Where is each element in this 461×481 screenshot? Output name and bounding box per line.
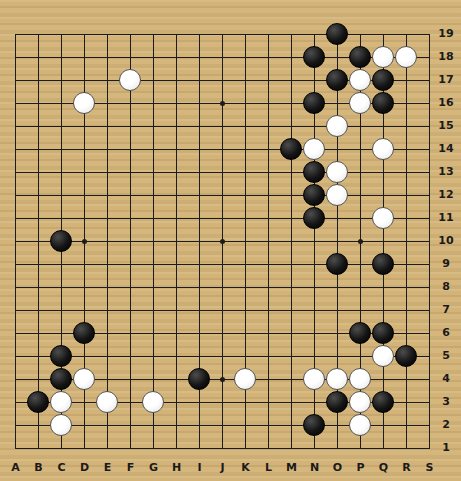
row-label-7: 7	[435, 303, 457, 316]
row-label-17: 17	[435, 73, 457, 86]
column-label-M: M	[283, 461, 300, 474]
black-stone-O17	[326, 69, 348, 91]
column-label-I: I	[191, 461, 208, 474]
black-stone-D6	[73, 322, 95, 344]
black-stone-B3	[27, 391, 49, 413]
white-stone-D16	[73, 92, 95, 114]
column-label-O: O	[329, 461, 346, 474]
row-label-16: 16	[435, 96, 457, 109]
black-stone-I4	[188, 368, 210, 390]
row-label-19: 19	[435, 27, 457, 40]
column-label-G: G	[145, 461, 162, 474]
row-label-1: 1	[435, 441, 457, 454]
white-stone-O15	[326, 115, 348, 137]
white-stone-Q14	[372, 138, 394, 160]
row-label-2: 2	[435, 418, 457, 431]
star-point	[82, 239, 87, 244]
white-stone-O4	[326, 368, 348, 390]
black-stone-N11	[303, 207, 325, 229]
column-label-S: S	[421, 461, 438, 474]
white-stone-P3	[349, 391, 371, 413]
row-label-13: 13	[435, 165, 457, 178]
column-label-L: L	[260, 461, 277, 474]
black-stone-O3	[326, 391, 348, 413]
black-stone-N18	[303, 46, 325, 68]
black-stone-P18	[349, 46, 371, 68]
row-label-18: 18	[435, 50, 457, 63]
row-label-4: 4	[435, 372, 457, 385]
star-point	[220, 377, 225, 382]
column-label-B: B	[30, 461, 47, 474]
black-stone-Q9	[372, 253, 394, 275]
white-stone-N14	[303, 138, 325, 160]
white-stone-K4	[234, 368, 256, 390]
column-label-H: H	[168, 461, 185, 474]
white-stone-N4	[303, 368, 325, 390]
black-stone-N13	[303, 161, 325, 183]
white-stone-C2	[50, 414, 72, 436]
row-label-11: 11	[435, 211, 457, 224]
black-stone-C10	[50, 230, 72, 252]
white-stone-F17	[119, 69, 141, 91]
black-stone-P6	[349, 322, 371, 344]
white-stone-P2	[349, 414, 371, 436]
column-label-J: J	[214, 461, 231, 474]
row-label-6: 6	[435, 326, 457, 339]
black-stone-Q6	[372, 322, 394, 344]
row-label-15: 15	[435, 119, 457, 132]
column-label-E: E	[99, 461, 116, 474]
star-point	[220, 239, 225, 244]
column-label-K: K	[237, 461, 254, 474]
white-stone-Q18	[372, 46, 394, 68]
white-stone-O12	[326, 184, 348, 206]
black-stone-C5	[50, 345, 72, 367]
column-label-F: F	[122, 461, 139, 474]
white-stone-D4	[73, 368, 95, 390]
column-label-P: P	[352, 461, 369, 474]
star-point	[220, 101, 225, 106]
column-label-R: R	[398, 461, 415, 474]
row-label-3: 3	[435, 395, 457, 408]
white-stone-O13	[326, 161, 348, 183]
white-stone-Q5	[372, 345, 394, 367]
row-label-12: 12	[435, 188, 457, 201]
black-stone-O19	[326, 23, 348, 45]
white-stone-C3	[50, 391, 72, 413]
black-stone-Q16	[372, 92, 394, 114]
black-stone-N16	[303, 92, 325, 114]
black-stone-Q17	[372, 69, 394, 91]
row-label-14: 14	[435, 142, 457, 155]
white-stone-P17	[349, 69, 371, 91]
white-stone-P16	[349, 92, 371, 114]
black-stone-M14	[280, 138, 302, 160]
row-label-8: 8	[435, 280, 457, 293]
black-stone-N12	[303, 184, 325, 206]
column-label-D: D	[76, 461, 93, 474]
black-stone-C4	[50, 368, 72, 390]
white-stone-E3	[96, 391, 118, 413]
black-stone-O9	[326, 253, 348, 275]
white-stone-G3	[142, 391, 164, 413]
column-label-C: C	[53, 461, 70, 474]
white-stone-P4	[349, 368, 371, 390]
black-stone-N2	[303, 414, 325, 436]
black-stone-R5	[395, 345, 417, 367]
column-label-Q: Q	[375, 461, 392, 474]
column-label-A: A	[7, 461, 24, 474]
white-stone-Q11	[372, 207, 394, 229]
go-board[interactable]: ABCDEFGHIJKLMNOPQRS191817161514131211109…	[0, 0, 461, 481]
column-label-N: N	[306, 461, 323, 474]
white-stone-R18	[395, 46, 417, 68]
star-point	[358, 239, 363, 244]
black-stone-Q3	[372, 391, 394, 413]
row-label-9: 9	[435, 257, 457, 270]
row-label-10: 10	[435, 234, 457, 247]
row-label-5: 5	[435, 349, 457, 362]
